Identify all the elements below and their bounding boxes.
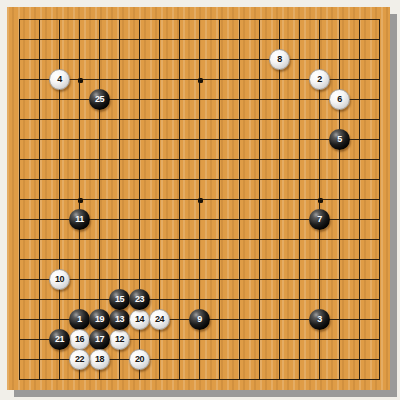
stone-number: 23 (135, 295, 144, 304)
go-board-grid[interactable]: 1234567891011121314151617181920212223242… (19, 19, 380, 380)
stone-number: 9 (197, 315, 202, 324)
stone-number: 16 (75, 335, 84, 344)
stone-12-white-F3[interactable]: 12 (109, 329, 130, 350)
stone-4-white-C16[interactable]: 4 (49, 69, 70, 90)
stone-16-white-D3[interactable]: 16 (69, 329, 90, 350)
star-point (198, 198, 203, 203)
stone-10-white-C6[interactable]: 10 (49, 269, 70, 290)
board-frame: 1234567891011121314151617181920212223242… (0, 0, 400, 400)
star-point (78, 78, 83, 83)
stone-19-black-E4[interactable]: 19 (89, 309, 110, 330)
stone-2-white-Q16[interactable]: 2 (309, 69, 330, 90)
stone-number: 24 (155, 315, 164, 324)
stone-number: 14 (135, 315, 144, 324)
stone-number: 21 (55, 335, 64, 344)
stone-15-black-F5[interactable]: 15 (109, 289, 130, 310)
stone-8-white-O17[interactable]: 8 (269, 49, 290, 70)
stone-number: 6 (337, 95, 342, 104)
stone-18-white-E2[interactable]: 18 (89, 349, 110, 370)
stone-number: 7 (317, 215, 322, 224)
star-point (198, 78, 203, 83)
stone-number: 22 (75, 355, 84, 364)
star-point (318, 198, 323, 203)
stone-number: 3 (317, 315, 322, 324)
go-board[interactable]: 1234567891011121314151617181920212223242… (7, 7, 390, 390)
stone-24-white-H4[interactable]: 24 (149, 309, 170, 330)
stone-number: 8 (277, 55, 282, 64)
stone-6-white-R15[interactable]: 6 (329, 89, 350, 110)
stone-number: 1 (77, 315, 82, 324)
stone-25-black-E15[interactable]: 25 (89, 89, 110, 110)
stone-21-black-C3[interactable]: 21 (49, 329, 70, 350)
stone-number: 13 (115, 315, 124, 324)
stone-3-black-Q4[interactable]: 3 (309, 309, 330, 330)
stone-22-white-D2[interactable]: 22 (69, 349, 90, 370)
stone-number: 12 (115, 335, 124, 344)
stone-number: 11 (75, 215, 84, 224)
stone-number: 10 (55, 275, 64, 284)
stone-17-black-E3[interactable]: 17 (89, 329, 110, 350)
stone-9-black-K4[interactable]: 9 (189, 309, 210, 330)
stone-23-black-G5[interactable]: 23 (129, 289, 150, 310)
stone-1-black-D4[interactable]: 1 (69, 309, 90, 330)
star-point (78, 198, 83, 203)
stone-number: 2 (317, 75, 322, 84)
stone-14-white-G4[interactable]: 14 (129, 309, 150, 330)
stone-11-black-D9[interactable]: 11 (69, 209, 90, 230)
stone-number: 25 (95, 95, 104, 104)
stone-number: 4 (57, 75, 62, 84)
stone-number: 17 (95, 335, 104, 344)
stone-5-black-R13[interactable]: 5 (329, 129, 350, 150)
stone-number: 19 (95, 315, 104, 324)
stone-number: 15 (115, 295, 124, 304)
stone-number: 20 (135, 355, 144, 364)
stone-number: 5 (337, 135, 342, 144)
stone-20-white-G2[interactable]: 20 (129, 349, 150, 370)
stone-7-black-Q9[interactable]: 7 (309, 209, 330, 230)
stone-13-black-F4[interactable]: 13 (109, 309, 130, 330)
stone-number: 18 (95, 355, 104, 364)
